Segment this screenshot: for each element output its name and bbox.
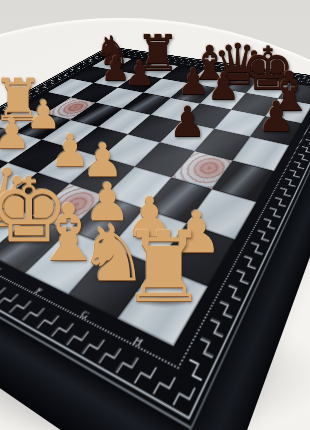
photo-scene: ┘┌┘┌┘┌┘┌┘┌┘┌┘┌┘┌┘┌┘┌┘┌┘┌┘┌┘┌┘┌┘┌┘┌┘┌┘┌┘┌…: [0, 0, 310, 430]
chess-board: ┘┌┘┌┘┌┘┌┘┌┘┌┘┌┘┌┘┌┘┌┘┌┘┌┘┌┘┌┘┌┘┌┘┌┘┌┘┌┘┌…: [0, 47, 310, 427]
